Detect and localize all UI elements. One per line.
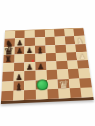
square-e2[interactable]: [47, 79, 59, 89]
square-d2[interactable]: [35, 79, 46, 89]
square-b3[interactable]: ♟: [13, 71, 24, 81]
green-disc: [36, 79, 48, 90]
square-a1[interactable]: [1, 90, 13, 101]
square-a2[interactable]: [2, 81, 14, 91]
red-marker: [31, 60, 34, 63]
square-f1[interactable]: [58, 88, 70, 98]
square-h3[interactable]: [78, 69, 90, 79]
square-e1[interactable]: [47, 89, 59, 99]
square-b2[interactable]: ♝: [13, 80, 24, 90]
square-e3[interactable]: [46, 70, 57, 80]
square-c1[interactable]: [24, 90, 36, 101]
square-d1[interactable]: [36, 89, 48, 99]
square-h1[interactable]: [81, 87, 94, 97]
square-f3[interactable]: [57, 69, 69, 79]
board-perspective-wrap: ♞♟♞♛♟♟♝♜♟♟♟♟♝♛: [1, 16, 94, 98]
chess-set-photo: ♞♟♞♛♟♟♝♜♟♟♟♟♝♛: [0, 0, 95, 126]
square-c2[interactable]: [24, 80, 35, 90]
square-a3[interactable]: [2, 72, 13, 82]
square-c3[interactable]: [24, 71, 35, 81]
square-b1[interactable]: [13, 90, 25, 101]
square-d4[interactable]: ♟: [35, 62, 46, 71]
chess-board: ♞♟♞♛♟♟♝♜♟♟♟♟♝♛: [1, 28, 94, 104]
square-h2[interactable]: [80, 78, 92, 88]
square-c5[interactable]: [25, 54, 36, 63]
square-f2[interactable]: ♛: [58, 79, 70, 89]
